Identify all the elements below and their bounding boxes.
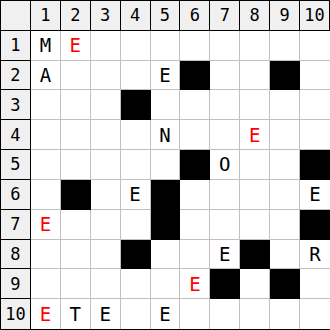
cell-r7c6[interactable] (180, 210, 210, 240)
cell-r5c5[interactable] (151, 150, 181, 180)
cell-r8c9[interactable] (270, 240, 300, 270)
cell-r1c5[interactable] (151, 31, 181, 61)
col-header-5: 5 (151, 1, 181, 31)
col-header-4: 4 (121, 1, 151, 31)
col-header-1: 1 (31, 1, 61, 31)
cell-r7c5-black (151, 210, 181, 240)
cell-r1c3[interactable] (91, 31, 121, 61)
cell-r6c6[interactable] (180, 180, 210, 210)
cell-r3c2[interactable] (61, 90, 91, 120)
cell-r9c5[interactable] (151, 269, 181, 299)
cell-r2c6-black (180, 61, 210, 91)
cell-r4c9[interactable] (270, 120, 300, 150)
cell-r6c8[interactable] (240, 180, 270, 210)
cell-r4c6[interactable] (180, 120, 210, 150)
cell-r8c3[interactable] (91, 240, 121, 270)
row-header-6: 6 (1, 180, 31, 210)
cell-r4c2[interactable] (61, 120, 91, 150)
cell-r8c7[interactable]: E (210, 240, 240, 270)
cell-r9c3[interactable] (91, 269, 121, 299)
cell-r6c4[interactable]: E (121, 180, 151, 210)
cell-r4c8[interactable]: E (240, 120, 270, 150)
cell-r8c4-black (121, 240, 151, 270)
cell-r1c4[interactable] (121, 31, 151, 61)
cell-r5c7[interactable]: O (210, 150, 240, 180)
corner-cell (1, 1, 31, 31)
cell-r2c8[interactable] (240, 61, 270, 91)
cell-r9c2[interactable] (61, 269, 91, 299)
cell-r7c2[interactable] (61, 210, 91, 240)
cell-r1c10[interactable] (300, 31, 330, 61)
cell-r8c8-black (240, 240, 270, 270)
col-header-7: 7 (210, 1, 240, 31)
cell-r4c10[interactable] (300, 120, 330, 150)
cell-r9c9-black (270, 269, 300, 299)
cell-r6c3[interactable] (91, 180, 121, 210)
cell-r2c7[interactable] (210, 61, 240, 91)
cell-r9c4[interactable] (121, 269, 151, 299)
cell-r8c6[interactable] (180, 240, 210, 270)
col-header-8: 8 (240, 1, 270, 31)
cell-r6c10[interactable]: E (300, 180, 330, 210)
cell-r10c10[interactable] (300, 299, 330, 329)
row-header-5: 5 (1, 150, 31, 180)
puzzle-board: 123456789101ME2AE34NE5O6EE7E8ER9E10ETEE (0, 0, 330, 330)
cell-r1c1[interactable]: M (31, 31, 61, 61)
cell-r9c6[interactable]: E (180, 269, 210, 299)
cell-r8c2[interactable] (61, 240, 91, 270)
cell-r10c1[interactable]: E (31, 299, 61, 329)
row-header-10: 10 (1, 299, 31, 329)
cell-r7c1[interactable]: E (31, 210, 61, 240)
cell-r3c3[interactable] (91, 90, 121, 120)
cell-r10c3[interactable]: E (91, 299, 121, 329)
cell-r2c5[interactable]: E (151, 61, 181, 91)
cell-r5c3[interactable] (91, 150, 121, 180)
cell-r2c2[interactable] (61, 61, 91, 91)
cell-r2c3[interactable] (91, 61, 121, 91)
cell-r7c7[interactable] (210, 210, 240, 240)
cell-r1c7[interactable] (210, 31, 240, 61)
cell-r8c5[interactable] (151, 240, 181, 270)
cell-r10c2[interactable]: T (61, 299, 91, 329)
cell-r7c8[interactable] (240, 210, 270, 240)
row-header-8: 8 (1, 240, 31, 270)
cell-r4c5[interactable]: N (151, 120, 181, 150)
cell-r7c9[interactable] (270, 210, 300, 240)
cell-r3c9[interactable] (270, 90, 300, 120)
cell-r3c7[interactable] (210, 90, 240, 120)
cell-r10c4[interactable] (121, 299, 151, 329)
col-header-6: 6 (180, 1, 210, 31)
col-header-9: 9 (270, 1, 300, 31)
cell-r2c9-black (270, 61, 300, 91)
col-header-3: 3 (91, 1, 121, 31)
cell-r8c10[interactable]: R (300, 240, 330, 270)
cell-r8c1[interactable] (31, 240, 61, 270)
cell-r6c9[interactable] (270, 180, 300, 210)
cell-r5c2[interactable] (61, 150, 91, 180)
cell-r4c3[interactable] (91, 120, 121, 150)
cell-r6c5-black (151, 180, 181, 210)
cell-r6c2-black (61, 180, 91, 210)
cell-r9c1[interactable] (31, 269, 61, 299)
cell-r9c7-black (210, 269, 240, 299)
cell-r6c7[interactable] (210, 180, 240, 210)
cell-r7c3[interactable] (91, 210, 121, 240)
row-header-9: 9 (1, 269, 31, 299)
cell-r7c4[interactable] (121, 210, 151, 240)
cell-r4c1[interactable] (31, 120, 61, 150)
cell-r10c5[interactable]: E (151, 299, 181, 329)
cell-r1c6[interactable] (180, 31, 210, 61)
cell-r10c9[interactable] (270, 299, 300, 329)
cell-r2c10[interactable] (300, 61, 330, 91)
cell-r1c2[interactable]: E (61, 31, 91, 61)
cell-r3c8[interactable] (240, 90, 270, 120)
cell-r10c7[interactable] (210, 299, 240, 329)
cell-r9c8[interactable] (240, 269, 270, 299)
cell-r9c10[interactable] (300, 269, 330, 299)
cell-r7c10-black (300, 210, 330, 240)
cell-r5c9[interactable] (270, 150, 300, 180)
row-header-4: 4 (1, 120, 31, 150)
col-header-2: 2 (61, 1, 91, 31)
cell-r6c1[interactable] (31, 180, 61, 210)
cell-r1c9[interactable] (270, 31, 300, 61)
row-header-7: 7 (1, 210, 31, 240)
cell-r4c7[interactable] (210, 120, 240, 150)
cell-r3c5[interactable] (151, 90, 181, 120)
cell-r10c6[interactable] (180, 299, 210, 329)
cell-r5c1[interactable] (31, 150, 61, 180)
cell-r2c1[interactable]: A (31, 61, 61, 91)
cell-r1c8[interactable] (240, 31, 270, 61)
cell-r3c6[interactable] (180, 90, 210, 120)
cell-r2c4[interactable] (121, 61, 151, 91)
cell-r3c4-black (121, 90, 151, 120)
cell-r5c8[interactable] (240, 150, 270, 180)
cell-r5c6-black (180, 150, 210, 180)
row-header-3: 3 (1, 90, 31, 120)
cell-r3c1[interactable] (31, 90, 61, 120)
cell-r5c10-black (300, 150, 330, 180)
cell-r5c4[interactable] (121, 150, 151, 180)
cell-r3c10[interactable] (300, 90, 330, 120)
cell-r4c4[interactable] (121, 120, 151, 150)
cell-r10c8[interactable] (240, 299, 270, 329)
row-header-1: 1 (1, 31, 31, 61)
col-header-10: 10 (300, 1, 330, 31)
row-header-2: 2 (1, 61, 31, 91)
